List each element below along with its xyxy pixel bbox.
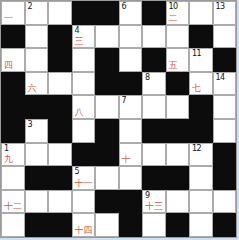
block-r4c5 [95,72,119,96]
cell-r5c4[interactable]: 八 [72,95,96,119]
cell-r5c6[interactable]: 7 [119,95,143,119]
cell-r9c10[interactable] [213,190,237,214]
cell-r9c7[interactable]: 9十三 [142,190,166,214]
block-r5c1 [1,95,25,119]
cell-r4c3[interactable] [48,72,72,96]
across-clue-label: 十二 [4,201,22,211]
cell-r6c10[interactable] [213,119,237,143]
block-r10c10 [213,213,237,237]
cell-r3c9[interactable]: 11 [189,48,213,72]
down-clue-number: 6 [122,2,127,11]
cell-r5c7[interactable] [142,95,166,119]
cell-r1c9[interactable] [189,1,213,25]
cell-r4c4[interactable] [72,72,96,96]
block-r7c4 [72,143,96,167]
cell-r7c7[interactable] [142,143,166,167]
cell-r1c8[interactable]: 10二 [166,1,190,25]
puzzle-frame: 一2610二134三四五11六8七14八731九十125十一十二9十三十四 [0,0,239,240]
block-r8c10 [213,166,237,190]
cell-r4c10[interactable]: 14 [213,72,237,96]
block-r6c3 [48,119,72,143]
down-clue-number: 13 [216,2,225,11]
cell-r8c6[interactable] [119,166,143,190]
across-clue-label: 一 [4,13,13,23]
down-clue-number: 4 [75,26,80,35]
cell-r2c8[interactable] [166,25,190,49]
down-clue-number: 14 [216,73,225,82]
across-clue-label: 五 [169,60,178,70]
cell-r5c10[interactable] [213,95,237,119]
block-r10c2 [25,213,49,237]
cell-r2c4[interactable]: 4三 [72,25,96,49]
across-clue-label: 八 [75,107,84,117]
cell-r1c1[interactable]: 一 [1,1,25,25]
down-clue-number: 11 [192,49,201,58]
cell-r5c8[interactable] [166,95,190,119]
cell-r7c8[interactable] [166,143,190,167]
block-r9c6 [119,190,143,214]
block-r10c6 [119,213,143,237]
cell-r3c6[interactable] [119,48,143,72]
down-clue-number: 3 [28,120,33,129]
cell-r6c6[interactable] [119,119,143,143]
cell-r9c1[interactable]: 十二 [1,190,25,214]
cell-r10c9[interactable] [189,213,213,237]
block-r4c1 [1,72,25,96]
cell-r8c1[interactable] [1,166,25,190]
cell-r3c2[interactable] [25,48,49,72]
block-r7c10 [213,143,237,167]
cell-r2c7[interactable] [142,25,166,49]
block-r4c8 [166,72,190,96]
cell-r10c5[interactable] [95,213,119,237]
block-r3c7 [142,48,166,72]
cell-r1c10[interactable]: 13 [213,1,237,25]
cell-r9c9[interactable] [189,190,213,214]
block-r3c3 [48,48,72,72]
cell-r2c10[interactable] [213,25,237,49]
cell-r3c1[interactable]: 四 [1,48,25,72]
block-r2c3 [48,25,72,49]
block-r8c3 [48,166,72,190]
block-r10c8 [166,213,190,237]
cell-r10c7[interactable] [142,213,166,237]
block-r9c5 [95,190,119,214]
cell-r7c2[interactable] [25,143,49,167]
down-clue-number: 2 [28,2,33,11]
block-r4c6 [119,72,143,96]
cell-r10c4[interactable]: 十四 [72,213,96,237]
cell-r8c9[interactable] [189,166,213,190]
cell-r9c3[interactable] [48,190,72,214]
cell-r8c4[interactable]: 5十一 [72,166,96,190]
block-r3c5 [95,48,119,72]
block-r8c2 [25,166,49,190]
cell-r7c9[interactable]: 12 [189,143,213,167]
cell-r10c1[interactable] [1,213,25,237]
block-r1c5 [95,1,119,25]
block-r1c4 [72,1,96,25]
crossword-board: 一2610二134三四五11六8七14八731九十125十一十二9十三十四 [0,0,237,238]
block-r2c9 [189,25,213,49]
cell-r1c6[interactable]: 6 [119,1,143,25]
across-clue-label: 十一 [75,178,93,188]
cell-r4c9[interactable]: 七 [189,72,213,96]
down-clue-number: 1 [4,144,9,153]
block-r6c7 [142,119,166,143]
cell-r3c8[interactable]: 五 [166,48,190,72]
block-r1c7 [142,1,166,25]
cell-r7c3[interactable] [48,143,72,167]
cell-r6c2[interactable]: 3 [25,119,49,143]
across-clue-label: 九 [4,154,13,164]
cell-r4c2[interactable]: 六 [25,72,49,96]
cell-r7c6[interactable]: 十 [119,143,143,167]
down-clue-number: 12 [192,144,201,153]
cell-r9c8[interactable] [166,190,190,214]
across-clue-label: 七 [192,83,201,93]
cell-r1c3[interactable] [48,1,72,25]
cell-r8c5[interactable] [95,166,119,190]
block-r6c9 [189,119,213,143]
block-r7c5 [95,143,119,167]
across-clue-label: 十三 [145,201,163,211]
cell-r2c2[interactable] [25,25,49,49]
cell-r9c4[interactable] [72,190,96,214]
block-r8c7 [142,166,166,190]
cell-r6c4[interactable] [72,119,96,143]
down-clue-number: 8 [145,73,150,82]
block-r5c2 [25,95,49,119]
across-clue-label: 三 [75,36,84,46]
down-clue-number: 9 [145,191,150,200]
block-r8c8 [166,166,190,190]
cell-r9c2[interactable] [25,190,49,214]
block-r6c5 [95,119,119,143]
across-clue-label: 二 [169,13,178,23]
block-r3c10 [213,48,237,72]
cell-r1c2[interactable]: 2 [25,1,49,25]
cell-r2c6[interactable] [119,25,143,49]
across-clue-label: 十 [122,154,131,164]
across-clue-label: 十四 [75,225,93,235]
cell-r5c5[interactable] [95,95,119,119]
block-r5c3 [48,95,72,119]
cell-r2c5[interactable] [95,25,119,49]
cell-r7c1[interactable]: 1九 [1,143,25,167]
down-clue-number: 5 [75,167,80,176]
cell-r4c7[interactable]: 8 [142,72,166,96]
across-clue-label: 六 [28,83,37,93]
block-r5c9 [189,95,213,119]
down-clue-number: 10 [169,2,178,11]
down-clue-number: 7 [122,96,127,105]
block-r2c1 [1,25,25,49]
block-r10c3 [48,213,72,237]
block-r6c8 [166,119,190,143]
block-r6c1 [1,119,25,143]
across-clue-label: 四 [4,60,13,70]
cell-r3c4[interactable] [72,48,96,72]
